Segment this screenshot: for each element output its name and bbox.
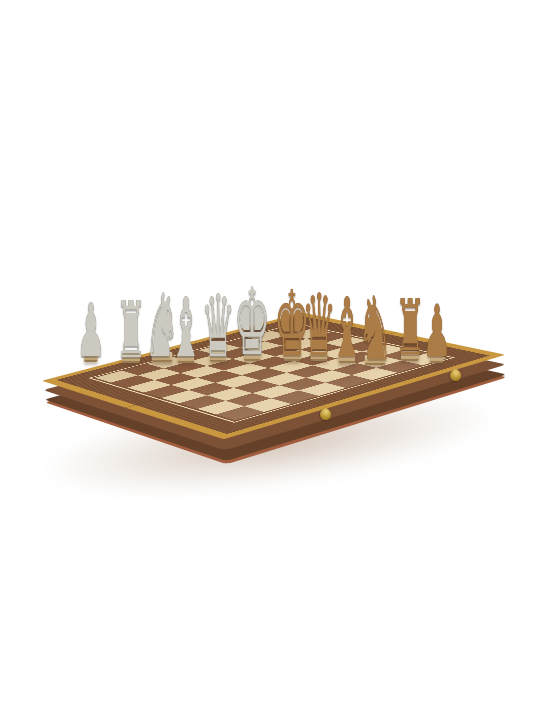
product-photo: ♟ ♜ ♞ ♝ ♛ ♚ ♚ ♛ ♝ ♞ ♜ ♟ bbox=[0, 0, 540, 720]
piece-black-pawn[interactable]: ♟ bbox=[405, 295, 470, 363]
piece-glyph: ♟ bbox=[422, 295, 451, 367]
